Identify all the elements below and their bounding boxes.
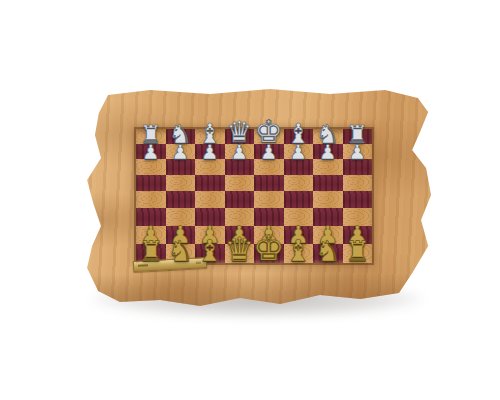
square-g5[interactable]	[313, 175, 343, 191]
square-c5[interactable]	[195, 175, 225, 191]
square-b1[interactable]: ♞	[166, 244, 196, 263]
piece-silver-pawn[interactable]: ♟	[230, 142, 248, 162]
piece-silver-pawn[interactable]: ♟	[260, 142, 278, 162]
square-h1[interactable]: ♜	[343, 244, 373, 263]
square-c1[interactable]: ♝	[195, 244, 225, 263]
chess-set-photo: ♜♞♝♛♚♝♞♜♟♟♟♟♟♟♟♟♟♟♟♟♟♟♟♟♜♞♝♛♚♝♞♜	[0, 0, 500, 400]
square-h4[interactable]	[343, 191, 373, 208]
square-g1[interactable]: ♞	[313, 244, 343, 263]
square-g4[interactable]	[313, 191, 343, 208]
square-a1[interactable]: ♜	[136, 244, 166, 263]
piece-silver-pawn[interactable]: ♟	[289, 142, 307, 162]
square-f4[interactable]	[284, 191, 314, 208]
piece-gold-knight[interactable]: ♞	[315, 237, 341, 266]
square-e5[interactable]	[254, 175, 284, 191]
square-f5[interactable]	[284, 175, 314, 191]
square-d5[interactable]	[225, 175, 255, 191]
piece-silver-pawn[interactable]: ♟	[348, 142, 366, 162]
square-b4[interactable]	[166, 191, 196, 208]
piece-gold-king[interactable]: ♚	[253, 231, 284, 266]
piece-gold-queen[interactable]: ♛	[224, 233, 254, 266]
piece-gold-knight[interactable]: ♞	[167, 237, 193, 266]
square-d1[interactable]: ♛	[225, 244, 255, 263]
piece-silver-pawn[interactable]: ♟	[171, 142, 189, 162]
piece-gold-rook[interactable]: ♜	[345, 238, 370, 266]
square-a4[interactable]	[136, 191, 166, 208]
square-c4[interactable]	[195, 191, 225, 208]
square-e4[interactable]	[254, 191, 284, 208]
square-f1[interactable]: ♝	[284, 244, 314, 263]
square-e1[interactable]: ♚	[254, 244, 284, 263]
piece-gold-rook[interactable]: ♜	[138, 238, 163, 266]
square-b5[interactable]	[166, 175, 196, 191]
chess-board: ♜♞♝♛♚♝♞♜♟♟♟♟♟♟♟♟♟♟♟♟♟♟♟♟♜♞♝♛♚♝♞♜	[136, 129, 372, 263]
piece-silver-pawn[interactable]: ♟	[201, 142, 219, 162]
piece-silver-pawn[interactable]: ♟	[142, 142, 160, 162]
piece-silver-pawn[interactable]: ♟	[319, 142, 337, 162]
square-d4[interactable]	[225, 191, 255, 208]
square-h5[interactable]	[343, 175, 373, 191]
piece-gold-bishop[interactable]: ♝	[285, 236, 312, 266]
square-a5[interactable]	[136, 175, 166, 191]
piece-gold-bishop[interactable]: ♝	[196, 236, 223, 266]
